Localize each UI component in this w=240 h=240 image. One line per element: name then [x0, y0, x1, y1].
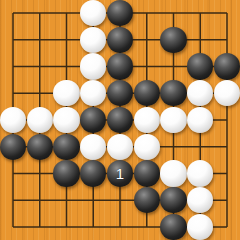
white-stone[interactable]	[0, 107, 26, 133]
intersection-J5[interactable]	[214, 107, 240, 134]
intersection-D9[interactable]	[80, 0, 107, 26]
white-stone[interactable]	[107, 134, 133, 160]
white-stone[interactable]	[134, 134, 160, 160]
white-stone[interactable]	[27, 107, 53, 133]
intersection-H9[interactable]	[187, 0, 214, 26]
intersection-G4[interactable]	[160, 133, 187, 160]
intersection-B1[interactable]	[26, 214, 53, 240]
intersection-D1[interactable]	[80, 214, 107, 240]
black-stone[interactable]	[0, 134, 26, 160]
white-stone[interactable]	[53, 80, 79, 106]
move-number-label: 1	[116, 166, 124, 181]
intersection-H8[interactable]	[187, 26, 214, 53]
intersection-C7[interactable]	[53, 53, 80, 80]
intersection-G5[interactable]	[160, 107, 187, 134]
intersection-B8[interactable]	[26, 26, 53, 53]
go-board: 1	[0, 0, 240, 240]
black-stone[interactable]	[107, 107, 133, 133]
white-stone[interactable]	[187, 214, 213, 240]
black-stone[interactable]	[134, 187, 160, 213]
intersection-A5[interactable]	[0, 107, 26, 134]
intersection-J3[interactable]	[214, 160, 240, 187]
intersection-F6[interactable]	[133, 80, 160, 107]
intersection-H7[interactable]	[187, 53, 214, 80]
intersection-B7[interactable]	[26, 53, 53, 80]
intersection-B4[interactable]	[26, 133, 53, 160]
intersection-A6[interactable]	[0, 80, 26, 107]
black-stone[interactable]	[80, 107, 106, 133]
intersection-F1[interactable]	[133, 214, 160, 240]
intersection-D8[interactable]	[80, 26, 107, 53]
intersection-B2[interactable]	[26, 187, 53, 214]
black-stone[interactable]	[107, 0, 133, 26]
intersection-A8[interactable]	[0, 26, 26, 53]
white-stone[interactable]	[80, 53, 106, 79]
intersection-D2[interactable]	[80, 187, 107, 214]
intersection-E8[interactable]	[107, 26, 134, 53]
white-stone[interactable]	[187, 187, 213, 213]
intersection-B9[interactable]	[26, 0, 53, 26]
intersection-A4[interactable]	[0, 133, 26, 160]
intersection-D5[interactable]	[80, 107, 107, 134]
intersection-B5[interactable]	[26, 107, 53, 134]
intersection-J9[interactable]	[214, 0, 240, 26]
intersection-G2[interactable]	[160, 187, 187, 214]
intersection-G7[interactable]	[160, 53, 187, 80]
intersection-G6[interactable]	[160, 80, 187, 107]
intersection-A2[interactable]	[0, 187, 26, 214]
intersection-G8[interactable]	[160, 26, 187, 53]
white-stone[interactable]	[187, 80, 213, 106]
black-stone[interactable]	[53, 160, 79, 186]
intersection-F3[interactable]	[133, 160, 160, 187]
intersection-E5[interactable]	[107, 107, 134, 134]
intersection-F8[interactable]	[133, 26, 160, 53]
intersection-C4[interactable]	[53, 133, 80, 160]
intersection-C3[interactable]	[53, 160, 80, 187]
black-stone[interactable]	[134, 80, 160, 106]
intersection-D6[interactable]	[80, 80, 107, 107]
white-stone[interactable]	[214, 80, 240, 106]
black-stone[interactable]	[160, 214, 186, 240]
intersection-E4[interactable]	[107, 133, 134, 160]
intersection-B3[interactable]	[26, 160, 53, 187]
black-stone[interactable]	[187, 53, 213, 79]
white-stone[interactable]	[160, 160, 186, 186]
intersection-J1[interactable]	[214, 214, 240, 240]
intersection-J2[interactable]	[214, 187, 240, 214]
intersection-H3[interactable]	[187, 160, 214, 187]
black-stone[interactable]	[160, 27, 186, 53]
intersection-E7[interactable]	[107, 53, 134, 80]
black-stone[interactable]	[134, 160, 160, 186]
intersection-J7[interactable]	[214, 53, 240, 80]
white-stone[interactable]	[53, 107, 79, 133]
intersection-B6[interactable]	[26, 80, 53, 107]
intersection-D4[interactable]	[80, 133, 107, 160]
intersection-H2[interactable]	[187, 187, 214, 214]
intersection-C2[interactable]	[53, 187, 80, 214]
white-stone[interactable]	[80, 80, 106, 106]
intersection-G3[interactable]	[160, 160, 187, 187]
intersection-G9[interactable]	[160, 0, 187, 26]
intersection-A1[interactable]	[0, 214, 26, 240]
black-stone[interactable]	[53, 134, 79, 160]
white-stone[interactable]	[187, 160, 213, 186]
black-stone[interactable]	[27, 134, 53, 160]
black-stone-marked-1[interactable]: 1	[107, 160, 133, 186]
black-stone[interactable]	[160, 187, 186, 213]
intersection-D7[interactable]	[80, 53, 107, 80]
intersection-H1[interactable]	[187, 214, 214, 240]
intersection-H6[interactable]	[187, 80, 214, 107]
intersection-C8[interactable]	[53, 26, 80, 53]
intersection-F2[interactable]	[133, 187, 160, 214]
intersection-A7[interactable]	[0, 53, 26, 80]
intersection-D3[interactable]	[80, 160, 107, 187]
intersection-A3[interactable]	[0, 160, 26, 187]
black-stone[interactable]	[107, 80, 133, 106]
intersection-E9[interactable]	[107, 0, 134, 26]
black-stone[interactable]	[107, 53, 133, 79]
intersection-A9[interactable]	[0, 0, 26, 26]
black-stone[interactable]	[80, 160, 106, 186]
black-stone[interactable]	[214, 53, 240, 79]
white-stone[interactable]	[160, 107, 186, 133]
intersection-G1[interactable]	[160, 214, 187, 240]
board-intersections: 1	[0, 0, 240, 240]
white-stone[interactable]	[80, 27, 106, 53]
intersection-E6[interactable]	[107, 80, 134, 107]
intersection-C5[interactable]	[53, 107, 80, 134]
intersection-C6[interactable]	[53, 80, 80, 107]
black-stone[interactable]	[160, 80, 186, 106]
white-stone[interactable]	[187, 107, 213, 133]
intersection-C9[interactable]	[53, 0, 80, 26]
intersection-J6[interactable]	[214, 80, 240, 107]
intersection-J8[interactable]	[214, 26, 240, 53]
intersection-J4[interactable]	[214, 133, 240, 160]
intersection-E2[interactable]	[107, 187, 134, 214]
intersection-E1[interactable]	[107, 214, 134, 240]
intersection-F7[interactable]	[133, 53, 160, 80]
intersection-E3[interactable]: 1	[107, 160, 134, 187]
white-stone[interactable]	[134, 107, 160, 133]
white-stone[interactable]	[80, 134, 106, 160]
intersection-C1[interactable]	[53, 214, 80, 240]
black-stone[interactable]	[107, 27, 133, 53]
intersection-F4[interactable]	[133, 133, 160, 160]
intersection-F5[interactable]	[133, 107, 160, 134]
intersection-F9[interactable]	[133, 0, 160, 26]
white-stone[interactable]	[80, 0, 106, 26]
intersection-H5[interactable]	[187, 107, 214, 134]
intersection-H4[interactable]	[187, 133, 214, 160]
